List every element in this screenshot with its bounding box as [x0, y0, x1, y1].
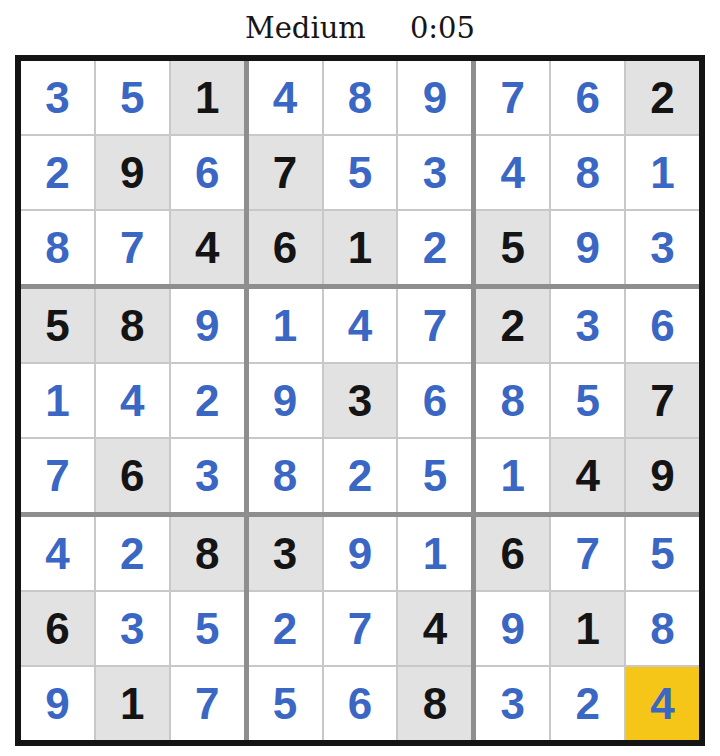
cell-r5c3[interactable]: 2 [171, 364, 244, 437]
cell-r9c8[interactable]: 2 [551, 667, 624, 740]
cell-r7c1[interactable]: 4 [21, 517, 94, 590]
cell-r2c4[interactable]: 7 [249, 136, 322, 209]
cell-r5c9[interactable]: 7 [626, 364, 699, 437]
cell-r1c3[interactable]: 1 [171, 61, 244, 134]
cell-r8c8[interactable]: 1 [551, 592, 624, 665]
cell-r1c7[interactable]: 7 [476, 61, 549, 134]
cell-r4c5[interactable]: 4 [324, 289, 397, 362]
cell-r4c2[interactable]: 8 [96, 289, 169, 362]
cell-r1c6[interactable]: 9 [398, 61, 471, 134]
cell-r7c8[interactable]: 7 [551, 517, 624, 590]
cell-r2c8[interactable]: 8 [551, 136, 624, 209]
cell-r2c5[interactable]: 5 [324, 136, 397, 209]
cell-r6c9[interactable]: 9 [626, 439, 699, 512]
cell-r8c1[interactable]: 6 [21, 592, 94, 665]
cell-r1c4[interactable]: 4 [249, 61, 322, 134]
cell-r6c4[interactable]: 8 [249, 439, 322, 512]
cell-r7c5[interactable]: 9 [324, 517, 397, 590]
cell-r8c3[interactable]: 5 [171, 592, 244, 665]
cell-r3c6[interactable]: 2 [398, 211, 471, 284]
cell-r4c7[interactable]: 2 [476, 289, 549, 362]
cell-r3c8[interactable]: 9 [551, 211, 624, 284]
cell-r4c4[interactable]: 1 [249, 289, 322, 362]
cell-r6c3[interactable]: 3 [171, 439, 244, 512]
box-1: 351296874 [21, 61, 244, 284]
cell-r2c7[interactable]: 4 [476, 136, 549, 209]
cell-r4c1[interactable]: 5 [21, 289, 94, 362]
cell-r2c9[interactable]: 1 [626, 136, 699, 209]
cell-r9c6[interactable]: 8 [398, 667, 471, 740]
cell-r5c5[interactable]: 3 [324, 364, 397, 437]
cell-r7c6[interactable]: 1 [398, 517, 471, 590]
box-2: 489753612 [249, 61, 472, 284]
cell-r8c9[interactable]: 8 [626, 592, 699, 665]
cell-r3c9[interactable]: 3 [626, 211, 699, 284]
cell-r7c3[interactable]: 8 [171, 517, 244, 590]
cell-r8c7[interactable]: 9 [476, 592, 549, 665]
cell-r6c1[interactable]: 7 [21, 439, 94, 512]
cell-r2c2[interactable]: 9 [96, 136, 169, 209]
cell-r4c3[interactable]: 9 [171, 289, 244, 362]
cell-r6c8[interactable]: 4 [551, 439, 624, 512]
cell-r3c4[interactable]: 6 [249, 211, 322, 284]
cell-r6c2[interactable]: 6 [96, 439, 169, 512]
sudoku-board: 3512968744897536127624815935891427631479… [15, 55, 705, 746]
cell-r4c6[interactable]: 7 [398, 289, 471, 362]
cell-r8c4[interactable]: 2 [249, 592, 322, 665]
cell-r9c9[interactable]: 4 [626, 667, 699, 740]
cell-r5c6[interactable]: 6 [398, 364, 471, 437]
difficulty-label: Medium [245, 11, 366, 45]
box-9: 675918324 [476, 517, 699, 740]
cell-r8c2[interactable]: 3 [96, 592, 169, 665]
cell-r9c3[interactable]: 7 [171, 667, 244, 740]
cell-r5c4[interactable]: 9 [249, 364, 322, 437]
cell-r1c2[interactable]: 5 [96, 61, 169, 134]
cell-r3c5[interactable]: 1 [324, 211, 397, 284]
cell-r7c7[interactable]: 6 [476, 517, 549, 590]
cell-r8c5[interactable]: 7 [324, 592, 397, 665]
cell-r7c4[interactable]: 3 [249, 517, 322, 590]
game-header: Medium 0:05 [0, 0, 720, 55]
cell-r5c8[interactable]: 5 [551, 364, 624, 437]
cell-r9c2[interactable]: 1 [96, 667, 169, 740]
cell-r2c6[interactable]: 3 [398, 136, 471, 209]
cell-r2c1[interactable]: 2 [21, 136, 94, 209]
cell-r6c7[interactable]: 1 [476, 439, 549, 512]
cell-r7c2[interactable]: 2 [96, 517, 169, 590]
cell-r1c9[interactable]: 2 [626, 61, 699, 134]
box-4: 589142763 [21, 289, 244, 512]
box-6: 236857149 [476, 289, 699, 512]
cell-r6c6[interactable]: 5 [398, 439, 471, 512]
cell-r6c5[interactable]: 2 [324, 439, 397, 512]
cell-r9c4[interactable]: 5 [249, 667, 322, 740]
cell-r9c1[interactable]: 9 [21, 667, 94, 740]
box-7: 428635917 [21, 517, 244, 740]
cell-r4c8[interactable]: 3 [551, 289, 624, 362]
cell-r4c9[interactable]: 6 [626, 289, 699, 362]
box-3: 762481593 [476, 61, 699, 284]
box-5: 147936825 [249, 289, 472, 512]
cell-r2c3[interactable]: 6 [171, 136, 244, 209]
cell-r5c1[interactable]: 1 [21, 364, 94, 437]
box-8: 391274568 [249, 517, 472, 740]
cell-r9c7[interactable]: 3 [476, 667, 549, 740]
cell-r7c9[interactable]: 5 [626, 517, 699, 590]
cell-r1c1[interactable]: 3 [21, 61, 94, 134]
cell-r1c5[interactable]: 8 [324, 61, 397, 134]
cell-r3c1[interactable]: 8 [21, 211, 94, 284]
cell-r3c3[interactable]: 4 [171, 211, 244, 284]
timer: 0:05 [410, 11, 475, 45]
cell-r3c2[interactable]: 7 [96, 211, 169, 284]
cell-r8c6[interactable]: 4 [398, 592, 471, 665]
cell-r1c8[interactable]: 6 [551, 61, 624, 134]
cell-r5c2[interactable]: 4 [96, 364, 169, 437]
cell-r5c7[interactable]: 8 [476, 364, 549, 437]
cell-r9c5[interactable]: 6 [324, 667, 397, 740]
cell-r3c7[interactable]: 5 [476, 211, 549, 284]
